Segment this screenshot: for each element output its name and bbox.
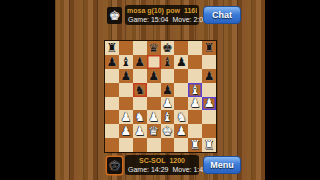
white-pawn-e4: ♟ — [162, 97, 173, 109]
square-f5[interactable] — [174, 83, 188, 97]
square-c7[interactable]: ♟ — [133, 55, 147, 69]
black-bishop-b7: ♝ — [120, 56, 131, 68]
square-h1[interactable]: ♜ — [202, 138, 216, 152]
chess-app: ♚ mosa g(10) pow1168 Game: 15:04 Move: 2… — [55, 0, 265, 180]
square-h2[interactable] — [202, 124, 216, 138]
black-king-icon: ♚ — [107, 157, 122, 174]
player-bar: ♚ SC-SOL1200 Game: 14:29 Move: 1:43 Menu — [55, 152, 265, 178]
square-h6[interactable]: ♟ — [202, 69, 216, 83]
square-c8[interactable] — [133, 41, 147, 55]
opponent-name-line: mosa g(10) pow1168 — [127, 6, 197, 15]
chess-board[interactable]: ♜♛♚♜♟♝♟♝♟♟♟♟♞♟♝♟♟♟♟♞♟♝♞♟♟♛♚♟♜♜ — [104, 40, 217, 153]
black-bishop-e7: ♝ — [162, 56, 173, 68]
square-b5[interactable] — [119, 83, 133, 97]
square-c6[interactable] — [133, 69, 147, 83]
white-bishop-e3: ♝ — [162, 111, 173, 123]
square-g5[interactable]: ♝ — [188, 83, 202, 97]
square-g4[interactable]: ♟ — [188, 97, 202, 111]
square-g3[interactable] — [188, 110, 202, 124]
square-h3[interactable] — [202, 110, 216, 124]
square-b3[interactable]: ♟ — [119, 110, 133, 124]
square-h8[interactable]: ♜ — [202, 41, 216, 55]
white-rook-h1: ♜ — [204, 139, 215, 151]
white-knight-c3: ♞ — [134, 111, 145, 123]
square-d3[interactable]: ♟ — [147, 110, 161, 124]
black-king-e8: ♚ — [162, 42, 173, 54]
square-c4[interactable] — [133, 97, 147, 111]
player-name-line: SC-SOL1200 — [127, 156, 197, 165]
square-d7[interactable] — [147, 55, 161, 69]
square-a4[interactable] — [105, 97, 119, 111]
square-h7[interactable] — [202, 55, 216, 69]
black-pawn-h6: ♟ — [204, 70, 215, 82]
white-pawn-h4: ♟ — [204, 97, 215, 109]
opponent-name: mosa g(10) pow — [127, 7, 180, 14]
square-a8[interactable]: ♜ — [105, 41, 119, 55]
square-f7[interactable]: ♟ — [174, 55, 188, 69]
player-game-clock: Game: 14:29 — [128, 166, 168, 173]
square-f3[interactable]: ♞ — [174, 110, 188, 124]
square-d6[interactable]: ♟ — [147, 69, 161, 83]
opponent-rating: 1168 — [184, 7, 197, 14]
square-a2[interactable] — [105, 124, 119, 138]
black-pawn-d6: ♟ — [148, 70, 159, 82]
square-g7[interactable] — [188, 55, 202, 69]
square-g1[interactable]: ♜ — [188, 138, 202, 152]
square-e4[interactable]: ♟ — [161, 97, 175, 111]
black-rook-h8: ♜ — [204, 42, 215, 54]
player-info-panel: SC-SOL1200 Game: 14:29 Move: 1:43 — [125, 155, 199, 175]
square-b8[interactable] — [119, 41, 133, 55]
square-f8[interactable] — [174, 41, 188, 55]
white-pawn-b2: ♟ — [120, 125, 131, 137]
white-pawn-f2: ♟ — [176, 125, 187, 137]
player-name: SC-SOL — [139, 157, 165, 164]
square-b2[interactable]: ♟ — [119, 124, 133, 138]
white-pawn-b3: ♟ — [120, 111, 131, 123]
opponent-bar: ♚ mosa g(10) pow1168 Game: 15:04 Move: 2… — [55, 2, 265, 28]
player-move-clock: Move: 1:43 — [172, 166, 207, 173]
square-d8[interactable]: ♛ — [147, 41, 161, 55]
square-c2[interactable]: ♟ — [133, 124, 147, 138]
chat-button[interactable]: Chat — [203, 6, 241, 24]
square-c5[interactable]: ♞ — [133, 83, 147, 97]
white-queen-d2: ♛ — [148, 125, 159, 137]
square-e2[interactable]: ♚ — [161, 124, 175, 138]
square-e6[interactable] — [161, 69, 175, 83]
square-g8[interactable] — [188, 41, 202, 55]
menu-button[interactable]: Menu — [203, 156, 241, 174]
square-f6[interactable] — [174, 69, 188, 83]
white-bishop-g5: ♝ — [190, 84, 201, 96]
white-pawn-g4: ♟ — [190, 97, 201, 109]
square-b6[interactable]: ♟ — [119, 69, 133, 83]
square-e8[interactable]: ♚ — [161, 41, 175, 55]
square-c3[interactable]: ♞ — [133, 110, 147, 124]
square-e7[interactable]: ♝ — [161, 55, 175, 69]
screen: ♚ mosa g(10) pow1168 Game: 15:04 Move: 2… — [0, 0, 320, 180]
square-a5[interactable] — [105, 83, 119, 97]
black-pawn-c7: ♟ — [134, 56, 145, 68]
player-rating: 1200 — [169, 157, 185, 164]
square-f4[interactable] — [174, 97, 188, 111]
square-b1[interactable] — [119, 138, 133, 152]
opponent-clocks: Game: 15:04 Move: 2:00 — [127, 15, 197, 24]
square-e5[interactable]: ♟ — [161, 83, 175, 97]
square-h5[interactable] — [202, 83, 216, 97]
square-f2[interactable]: ♟ — [174, 124, 188, 138]
square-a1[interactable] — [105, 138, 119, 152]
square-b7[interactable]: ♝ — [119, 55, 133, 69]
square-e1[interactable] — [161, 138, 175, 152]
square-b4[interactable] — [119, 97, 133, 111]
square-d1[interactable] — [147, 138, 161, 152]
square-e3[interactable]: ♝ — [161, 110, 175, 124]
white-knight-f3: ♞ — [176, 111, 187, 123]
opponent-move-clock: Move: 2:00 — [172, 16, 207, 23]
white-rook-g1: ♜ — [190, 139, 201, 151]
white-king-e2: ♚ — [162, 125, 173, 137]
square-c1[interactable] — [133, 138, 147, 152]
square-g2[interactable] — [188, 124, 202, 138]
black-pawn-e5: ♟ — [162, 84, 173, 96]
player-clocks: Game: 14:29 Move: 1:43 — [127, 165, 197, 174]
square-d2[interactable]: ♛ — [147, 124, 161, 138]
square-f1[interactable] — [174, 138, 188, 152]
black-knight-c5: ♞ — [134, 84, 145, 96]
opponent-info-panel: mosa g(10) pow1168 Game: 15:04 Move: 2:0… — [125, 5, 199, 25]
black-queen-d8: ♛ — [148, 42, 159, 54]
black-rook-a8: ♜ — [107, 42, 118, 54]
square-d5[interactable] — [147, 83, 161, 97]
white-king-icon: ♚ — [107, 7, 122, 24]
square-a7[interactable]: ♟ — [105, 55, 119, 69]
white-pawn-d3: ♟ — [148, 111, 159, 123]
square-d4[interactable] — [147, 97, 161, 111]
black-pawn-f7: ♟ — [176, 56, 187, 68]
square-a3[interactable] — [105, 110, 119, 124]
square-a6[interactable] — [105, 69, 119, 83]
black-pawn-b6: ♟ — [120, 70, 131, 82]
white-pawn-c2: ♟ — [134, 125, 145, 137]
black-pawn-a7: ♟ — [107, 56, 118, 68]
square-g6[interactable] — [188, 69, 202, 83]
opponent-game-clock: Game: 15:04 — [128, 16, 168, 23]
square-h4[interactable]: ♟ — [202, 97, 216, 111]
